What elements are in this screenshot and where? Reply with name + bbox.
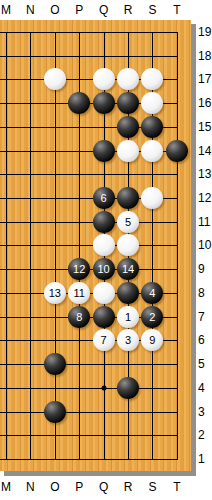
black-stone-q7[interactable]: [93, 306, 115, 328]
black-stone-q16[interactable]: [93, 92, 115, 114]
white-stone-move-7[interactable]: 7: [93, 329, 115, 351]
row-label: 8: [198, 286, 205, 300]
column-label-bottom: M: [1, 480, 11, 494]
white-stone-q8[interactable]: [93, 282, 115, 304]
row-label: 3: [198, 405, 205, 419]
row-label: 14: [198, 144, 211, 158]
column-label-bottom: P: [75, 480, 83, 494]
black-stone-move-10[interactable]: 10: [93, 258, 115, 280]
white-stone-move-13[interactable]: 13: [44, 282, 66, 304]
black-stone-r12[interactable]: [117, 187, 139, 209]
row-label: 16: [198, 96, 211, 110]
row-label: 5: [198, 357, 205, 371]
white-stone-r10[interactable]: [117, 234, 139, 256]
column-label-bottom: S: [148, 480, 156, 494]
row-label: 7: [198, 310, 205, 324]
black-stone-q11[interactable]: [93, 211, 115, 233]
row-label: 6: [198, 333, 205, 347]
row-label: 17: [198, 72, 211, 86]
white-stone-r14[interactable]: [117, 140, 139, 162]
white-stone-s12[interactable]: [141, 187, 163, 209]
white-stone-s14[interactable]: [141, 140, 163, 162]
black-stone-p16[interactable]: [68, 92, 90, 114]
black-stone-r16[interactable]: [117, 92, 139, 114]
column-label-bottom: T: [173, 480, 180, 494]
black-stone-move-2[interactable]: 2: [141, 306, 163, 328]
board-shadow-bottom: [4, 471, 196, 476]
white-stone-move-5[interactable]: 5: [117, 211, 139, 233]
row-label: 12: [198, 191, 211, 205]
black-stone-o3[interactable]: [44, 401, 66, 423]
black-stone-s15[interactable]: [141, 116, 163, 138]
white-stone-q17[interactable]: [93, 68, 115, 90]
column-label-top: P: [75, 3, 83, 17]
column-label-top: M: [1, 3, 11, 17]
white-stone-move-1[interactable]: 1: [117, 306, 139, 328]
black-stone-o5[interactable]: [44, 353, 66, 375]
column-label-top: T: [173, 3, 180, 17]
column-label-bottom: N: [26, 480, 35, 494]
black-stone-move-8[interactable]: 8: [68, 306, 90, 328]
column-label-top: Q: [99, 3, 108, 17]
row-label: 19: [198, 25, 211, 39]
column-label-bottom: O: [50, 480, 59, 494]
go-diagram: MMNNOOPPQQRRSSTT191817161514131211109876…: [0, 0, 212, 500]
white-stone-move-3[interactable]: 3: [117, 329, 139, 351]
black-stone-q14[interactable]: [93, 140, 115, 162]
black-stone-move-12[interactable]: 12: [68, 258, 90, 280]
white-stone-move-9[interactable]: 9: [141, 329, 163, 351]
row-label: 2: [198, 428, 205, 442]
column-label-top: R: [124, 3, 133, 17]
white-stone-move-11[interactable]: 11: [68, 282, 90, 304]
row-label: 13: [198, 167, 211, 181]
black-stone-r15[interactable]: [117, 116, 139, 138]
black-stone-move-14[interactable]: 14: [117, 258, 139, 280]
white-stone-q10[interactable]: [93, 234, 115, 256]
star-point: [101, 385, 106, 390]
row-label: 15: [198, 120, 211, 134]
white-stone-s16[interactable]: [141, 92, 163, 114]
row-label: 11: [198, 215, 210, 229]
column-label-top: S: [148, 3, 156, 17]
row-label: 10: [198, 238, 211, 252]
black-stone-move-6[interactable]: 6: [93, 187, 115, 209]
white-stone-s17[interactable]: [141, 68, 163, 90]
row-label: 4: [198, 381, 205, 395]
column-label-bottom: Q: [99, 480, 108, 494]
board-shadow-right: [191, 24, 196, 476]
black-stone-move-4[interactable]: 4: [141, 282, 163, 304]
row-label: 9: [198, 262, 205, 276]
black-stone-r8[interactable]: [117, 282, 139, 304]
column-label-bottom: R: [124, 480, 133, 494]
row-label: 18: [198, 49, 211, 63]
row-label: 1: [198, 452, 205, 466]
white-stone-o17[interactable]: [44, 68, 66, 90]
column-label-top: N: [26, 3, 35, 17]
white-stone-r17[interactable]: [117, 68, 139, 90]
black-stone-t14[interactable]: [166, 140, 188, 162]
column-label-top: O: [50, 3, 59, 17]
black-stone-r4[interactable]: [117, 377, 139, 399]
